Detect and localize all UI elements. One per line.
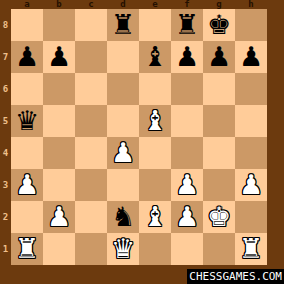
- file-label-g: g: [203, 0, 235, 9]
- square-f6[interactable]: [171, 73, 203, 105]
- square-e3[interactable]: [139, 169, 171, 201]
- square-g8[interactable]: ♚: [203, 9, 235, 41]
- square-e6[interactable]: [139, 73, 171, 105]
- piece-white-rook-h1[interactable]: ♜: [239, 233, 263, 265]
- square-d3[interactable]: [107, 169, 139, 201]
- piece-white-pawn-d4[interactable]: ♟: [111, 137, 135, 169]
- piece-white-pawn-b2[interactable]: ♟: [47, 201, 71, 233]
- piece-black-rook-f8[interactable]: ♜: [175, 9, 199, 41]
- piece-black-king-g8[interactable]: ♚: [207, 9, 231, 41]
- square-c5[interactable]: [75, 105, 107, 137]
- square-e8[interactable]: [139, 9, 171, 41]
- rank-label-1: 1: [0, 233, 11, 265]
- piece-black-pawn-a7[interactable]: ♟: [15, 41, 39, 73]
- square-g5[interactable]: [203, 105, 235, 137]
- square-f4[interactable]: [171, 137, 203, 169]
- square-g2[interactable]: ♚: [203, 201, 235, 233]
- rank-label-4: 4: [0, 137, 11, 169]
- rank-label-2: 2: [0, 201, 11, 233]
- square-b4[interactable]: [43, 137, 75, 169]
- square-d1[interactable]: ♛: [107, 233, 139, 265]
- square-c2[interactable]: [75, 201, 107, 233]
- square-h5[interactable]: [235, 105, 267, 137]
- square-b5[interactable]: [43, 105, 75, 137]
- square-b8[interactable]: [43, 9, 75, 41]
- piece-white-pawn-a3[interactable]: ♟: [15, 169, 39, 201]
- file-label-b: b: [43, 0, 75, 9]
- piece-white-pawn-h3[interactable]: ♟: [239, 169, 263, 201]
- square-b2[interactable]: ♟: [43, 201, 75, 233]
- square-a8[interactable]: [11, 9, 43, 41]
- square-h6[interactable]: [235, 73, 267, 105]
- piece-white-bishop-e2[interactable]: ♝: [143, 201, 167, 233]
- square-e5[interactable]: ♝: [139, 105, 171, 137]
- square-h4[interactable]: [235, 137, 267, 169]
- piece-white-queen-d1[interactable]: ♛: [111, 233, 135, 265]
- square-h2[interactable]: [235, 201, 267, 233]
- piece-white-pawn-f2[interactable]: ♟: [175, 201, 199, 233]
- square-c1[interactable]: [75, 233, 107, 265]
- square-d7[interactable]: [107, 41, 139, 73]
- square-b7[interactable]: ♟: [43, 41, 75, 73]
- piece-white-king-g2[interactable]: ♚: [207, 201, 231, 233]
- square-d8[interactable]: ♜: [107, 9, 139, 41]
- square-f7[interactable]: ♟: [171, 41, 203, 73]
- file-label-d: d: [107, 0, 139, 9]
- square-c4[interactable]: [75, 137, 107, 169]
- square-h8[interactable]: [235, 9, 267, 41]
- square-e2[interactable]: ♝: [139, 201, 171, 233]
- piece-black-pawn-h7[interactable]: ♟: [239, 41, 263, 73]
- square-e1[interactable]: [139, 233, 171, 265]
- square-a2[interactable]: [11, 201, 43, 233]
- square-a6[interactable]: [11, 73, 43, 105]
- piece-black-queen-a5[interactable]: ♛: [15, 105, 39, 137]
- square-g3[interactable]: [203, 169, 235, 201]
- piece-white-pawn-f3[interactable]: ♟: [175, 169, 199, 201]
- piece-black-pawn-b7[interactable]: ♟: [47, 41, 71, 73]
- file-label-a: a: [11, 0, 43, 9]
- piece-black-knight-d2[interactable]: ♞: [111, 201, 135, 233]
- square-g6[interactable]: [203, 73, 235, 105]
- square-d2[interactable]: ♞: [107, 201, 139, 233]
- square-a1[interactable]: ♜: [11, 233, 43, 265]
- chess-board: ♜♜♚♟♟♝♟♟♟♛♝♟♟♟♟♟♞♝♟♚♜♛♜: [11, 9, 267, 265]
- square-f1[interactable]: [171, 233, 203, 265]
- rank-label-5: 5: [0, 105, 11, 137]
- square-b1[interactable]: [43, 233, 75, 265]
- square-g1[interactable]: [203, 233, 235, 265]
- square-a5[interactable]: ♛: [11, 105, 43, 137]
- square-f5[interactable]: [171, 105, 203, 137]
- square-a7[interactable]: ♟: [11, 41, 43, 73]
- square-e4[interactable]: [139, 137, 171, 169]
- square-h1[interactable]: ♜: [235, 233, 267, 265]
- piece-black-bishop-e7[interactable]: ♝: [143, 41, 167, 73]
- square-h7[interactable]: ♟: [235, 41, 267, 73]
- rank-label-3: 3: [0, 169, 11, 201]
- square-f2[interactable]: ♟: [171, 201, 203, 233]
- watermark: CHESSGAMES.COM: [187, 269, 284, 284]
- square-d4[interactable]: ♟: [107, 137, 139, 169]
- square-f3[interactable]: ♟: [171, 169, 203, 201]
- square-f8[interactable]: ♜: [171, 9, 203, 41]
- square-c8[interactable]: [75, 9, 107, 41]
- piece-black-pawn-g7[interactable]: ♟: [207, 41, 231, 73]
- square-b3[interactable]: [43, 169, 75, 201]
- piece-white-rook-a1[interactable]: ♜: [15, 233, 39, 265]
- square-h3[interactable]: ♟: [235, 169, 267, 201]
- square-g4[interactable]: [203, 137, 235, 169]
- rank-label-7: 7: [0, 41, 11, 73]
- square-c3[interactable]: [75, 169, 107, 201]
- square-b6[interactable]: [43, 73, 75, 105]
- square-e7[interactable]: ♝: [139, 41, 171, 73]
- chess-diagram: abcdefgh87654321 ♜♜♚♟♟♝♟♟♟♛♝♟♟♟♟♟♞♝♟♚♜♛♜…: [0, 0, 284, 284]
- piece-black-rook-d8[interactable]: ♜: [111, 9, 135, 41]
- square-c7[interactable]: [75, 41, 107, 73]
- piece-white-bishop-e5[interactable]: ♝: [143, 105, 167, 137]
- file-label-e: e: [139, 0, 171, 9]
- square-d5[interactable]: [107, 105, 139, 137]
- square-g7[interactable]: ♟: [203, 41, 235, 73]
- rank-label-8: 8: [0, 9, 11, 41]
- square-a4[interactable]: [11, 137, 43, 169]
- square-d6[interactable]: [107, 73, 139, 105]
- file-label-h: h: [235, 0, 267, 9]
- piece-black-pawn-f7[interactable]: ♟: [175, 41, 199, 73]
- square-c6[interactable]: [75, 73, 107, 105]
- file-label-f: f: [171, 0, 203, 9]
- rank-label-6: 6: [0, 73, 11, 105]
- file-label-c: c: [75, 0, 107, 9]
- square-a3[interactable]: ♟: [11, 169, 43, 201]
